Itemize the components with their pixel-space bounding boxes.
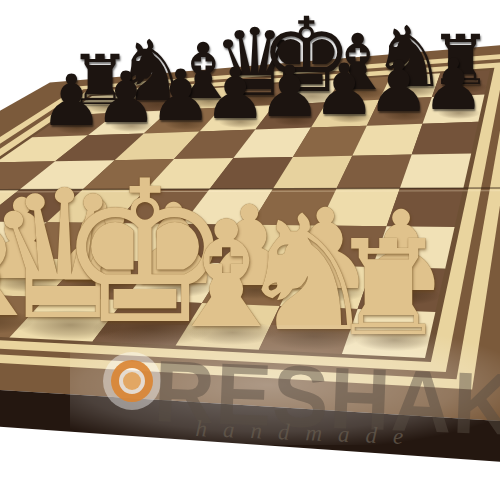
square-h2 [358, 267, 446, 312]
square-h3 [372, 226, 454, 269]
square-h6 [412, 122, 479, 155]
square-h7 [423, 95, 485, 124]
chess-board [0, 0, 500, 500]
chess-set-photo: ♜♞♝♛♚♝♞♜♟♟♟♟♟♟♟♟♟♟♟♟♟♟♟♟♜♞♝♛♚♝♞♜ RESHAK … [0, 0, 500, 500]
square-h4 [387, 188, 464, 227]
square-h8 [432, 70, 490, 97]
square-h5 [400, 154, 471, 189]
square-h1 [342, 309, 436, 358]
